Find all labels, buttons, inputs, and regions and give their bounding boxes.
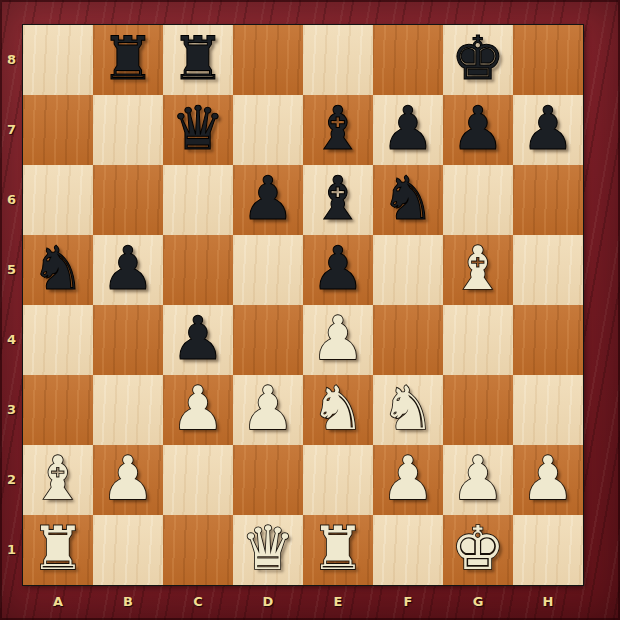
black-pawn-c4[interactable]: ♟ [171, 308, 225, 368]
square-c7[interactable]: ♛ [163, 95, 233, 165]
square-d6[interactable]: ♟ [233, 165, 303, 235]
square-e7[interactable]: ♝ [303, 95, 373, 165]
square-a7[interactable] [23, 95, 93, 165]
square-a3[interactable] [23, 375, 93, 445]
square-c3[interactable]: ♟ [163, 375, 233, 445]
black-rook-c8[interactable]: ♜ [171, 28, 225, 88]
square-d8[interactable] [233, 25, 303, 95]
square-e8[interactable] [303, 25, 373, 95]
white-knight-e3[interactable]: ♞ [311, 378, 365, 438]
rank-label-5: 5 [0, 235, 23, 305]
black-bishop-e6[interactable]: ♝ [311, 168, 365, 228]
white-bishop-g5[interactable]: ♝ [451, 238, 505, 298]
file-label-a: A [23, 586, 93, 620]
square-h3[interactable] [513, 375, 583, 445]
square-b5[interactable]: ♟ [93, 235, 163, 305]
square-c5[interactable] [163, 235, 233, 305]
square-h4[interactable] [513, 305, 583, 375]
white-rook-a1[interactable]: ♜ [31, 518, 85, 578]
square-b6[interactable] [93, 165, 163, 235]
square-e2[interactable] [303, 445, 373, 515]
black-queen-c7[interactable]: ♛ [171, 98, 225, 158]
square-d4[interactable] [233, 305, 303, 375]
square-a2[interactable]: ♝ [23, 445, 93, 515]
square-g5[interactable]: ♝ [443, 235, 513, 305]
square-a1[interactable]: ♜ [23, 515, 93, 585]
white-rook-e1[interactable]: ♜ [311, 518, 365, 578]
white-pawn-h2[interactable]: ♟ [521, 448, 575, 508]
square-c1[interactable] [163, 515, 233, 585]
square-f5[interactable] [373, 235, 443, 305]
square-g1[interactable]: ♚ [443, 515, 513, 585]
square-b4[interactable] [93, 305, 163, 375]
square-b3[interactable] [93, 375, 163, 445]
chess-board-frame: ♜♜♚♛♝♟♟♟♟♝♞♞♟♟♝♟♟♟♟♞♞♝♟♟♟♟♜♛♜♚ 87654321A… [0, 0, 620, 620]
square-b1[interactable] [93, 515, 163, 585]
square-c2[interactable] [163, 445, 233, 515]
rank-label-6: 6 [0, 165, 23, 235]
square-a4[interactable] [23, 305, 93, 375]
square-f4[interactable] [373, 305, 443, 375]
file-label-g: G [443, 586, 513, 620]
file-label-h: H [513, 586, 583, 620]
white-king-g1[interactable]: ♚ [451, 518, 505, 578]
square-a8[interactable] [23, 25, 93, 95]
square-b8[interactable]: ♜ [93, 25, 163, 95]
square-c4[interactable]: ♟ [163, 305, 233, 375]
white-pawn-b2[interactable]: ♟ [101, 448, 155, 508]
square-d7[interactable] [233, 95, 303, 165]
square-e4[interactable]: ♟ [303, 305, 373, 375]
black-pawn-e5[interactable]: ♟ [311, 238, 365, 298]
file-label-c: C [163, 586, 233, 620]
square-f1[interactable] [373, 515, 443, 585]
black-rook-b8[interactable]: ♜ [101, 28, 155, 88]
black-pawn-f7[interactable]: ♟ [381, 98, 435, 158]
square-f8[interactable] [373, 25, 443, 95]
black-bishop-e7[interactable]: ♝ [311, 98, 365, 158]
square-a6[interactable] [23, 165, 93, 235]
rank-label-3: 3 [0, 375, 23, 445]
black-pawn-h7[interactable]: ♟ [521, 98, 575, 158]
square-f2[interactable]: ♟ [373, 445, 443, 515]
white-queen-d1[interactable]: ♛ [241, 518, 295, 578]
square-d3[interactable]: ♟ [233, 375, 303, 445]
black-king-g8[interactable]: ♚ [451, 28, 505, 88]
square-h2[interactable]: ♟ [513, 445, 583, 515]
square-d1[interactable]: ♛ [233, 515, 303, 585]
square-g7[interactable]: ♟ [443, 95, 513, 165]
white-pawn-c3[interactable]: ♟ [171, 378, 225, 438]
rank-label-7: 7 [0, 95, 23, 165]
file-label-f: F [373, 586, 443, 620]
square-h7[interactable]: ♟ [513, 95, 583, 165]
black-knight-f6[interactable]: ♞ [381, 168, 435, 228]
square-e6[interactable]: ♝ [303, 165, 373, 235]
square-f7[interactable]: ♟ [373, 95, 443, 165]
rank-label-8: 8 [0, 25, 23, 95]
square-h5[interactable] [513, 235, 583, 305]
white-pawn-d3[interactable]: ♟ [241, 378, 295, 438]
square-a5[interactable]: ♞ [23, 235, 93, 305]
rank-label-4: 4 [0, 305, 23, 375]
rank-label-2: 2 [0, 445, 23, 515]
square-g8[interactable]: ♚ [443, 25, 513, 95]
square-f6[interactable]: ♞ [373, 165, 443, 235]
square-g6[interactable] [443, 165, 513, 235]
file-label-e: E [303, 586, 373, 620]
black-pawn-b5[interactable]: ♟ [101, 238, 155, 298]
white-pawn-f2[interactable]: ♟ [381, 448, 435, 508]
square-h6[interactable] [513, 165, 583, 235]
square-d5[interactable] [233, 235, 303, 305]
square-c8[interactable]: ♜ [163, 25, 233, 95]
square-g3[interactable] [443, 375, 513, 445]
rank-label-1: 1 [0, 515, 23, 585]
square-b2[interactable]: ♟ [93, 445, 163, 515]
square-h8[interactable] [513, 25, 583, 95]
black-pawn-g7[interactable]: ♟ [451, 98, 505, 158]
square-c6[interactable] [163, 165, 233, 235]
white-pawn-e4[interactable]: ♟ [311, 308, 365, 368]
square-f3[interactable]: ♞ [373, 375, 443, 445]
square-e3[interactable]: ♞ [303, 375, 373, 445]
square-h1[interactable] [513, 515, 583, 585]
black-knight-a5[interactable]: ♞ [31, 238, 85, 298]
white-pawn-g2[interactable]: ♟ [451, 448, 505, 508]
square-e1[interactable]: ♜ [303, 515, 373, 585]
white-knight-f3[interactable]: ♞ [381, 378, 435, 438]
square-d2[interactable] [233, 445, 303, 515]
file-label-d: D [233, 586, 303, 620]
black-pawn-d6[interactable]: ♟ [241, 168, 295, 228]
square-g4[interactable] [443, 305, 513, 375]
chess-board: ♜♜♚♛♝♟♟♟♟♝♞♞♟♟♝♟♟♟♟♞♞♝♟♟♟♟♜♛♜♚ [23, 25, 583, 585]
square-g2[interactable]: ♟ [443, 445, 513, 515]
square-b7[interactable] [93, 95, 163, 165]
white-bishop-a2[interactable]: ♝ [31, 448, 85, 508]
square-e5[interactable]: ♟ [303, 235, 373, 305]
file-label-b: B [93, 586, 163, 620]
